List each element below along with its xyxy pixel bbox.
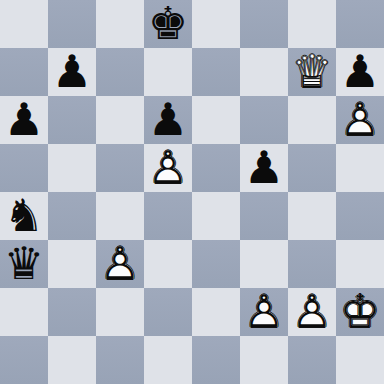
- square-b5[interactable]: [48, 144, 96, 192]
- square-d6[interactable]: ♟: [144, 96, 192, 144]
- white-king-h2[interactable]: ♚♔: [336, 288, 384, 336]
- black-pawn-glyph: ♟: [48, 48, 96, 96]
- white-pawn-c3[interactable]: ♟♙: [96, 240, 144, 288]
- white-pawn-outline-glyph: ♙: [96, 240, 144, 288]
- square-g2[interactable]: ♟♙: [288, 288, 336, 336]
- square-a1[interactable]: [0, 336, 48, 384]
- square-c4[interactable]: [96, 192, 144, 240]
- square-d3[interactable]: [144, 240, 192, 288]
- square-f8[interactable]: [240, 0, 288, 48]
- square-b6[interactable]: [48, 96, 96, 144]
- square-g1[interactable]: [288, 336, 336, 384]
- square-c8[interactable]: [96, 0, 144, 48]
- square-e3[interactable]: [192, 240, 240, 288]
- square-a7[interactable]: [0, 48, 48, 96]
- square-d5[interactable]: ♟♙: [144, 144, 192, 192]
- square-g8[interactable]: [288, 0, 336, 48]
- square-c5[interactable]: [96, 144, 144, 192]
- black-pawn-glyph: ♟: [144, 96, 192, 144]
- black-queen-glyph: ♛: [0, 240, 48, 288]
- square-b3[interactable]: [48, 240, 96, 288]
- square-f3[interactable]: [240, 240, 288, 288]
- square-g6[interactable]: [288, 96, 336, 144]
- square-c7[interactable]: [96, 48, 144, 96]
- black-pawn-glyph: ♟: [336, 48, 384, 96]
- square-d4[interactable]: [144, 192, 192, 240]
- white-pawn-outline-glyph: ♙: [240, 288, 288, 336]
- square-g4[interactable]: [288, 192, 336, 240]
- square-b8[interactable]: [48, 0, 96, 48]
- black-king-glyph: ♚: [144, 0, 192, 48]
- black-pawn-glyph: ♟: [0, 96, 48, 144]
- square-c2[interactable]: [96, 288, 144, 336]
- square-d1[interactable]: [144, 336, 192, 384]
- square-g3[interactable]: [288, 240, 336, 288]
- square-e8[interactable]: [192, 0, 240, 48]
- square-g7[interactable]: ♛♕: [288, 48, 336, 96]
- square-d8[interactable]: ♚: [144, 0, 192, 48]
- black-queen-a3[interactable]: ♛: [0, 240, 48, 288]
- white-king-outline-glyph: ♔: [336, 288, 384, 336]
- square-f7[interactable]: [240, 48, 288, 96]
- black-pawn-d6[interactable]: ♟: [144, 96, 192, 144]
- square-b7[interactable]: ♟: [48, 48, 96, 96]
- square-a2[interactable]: [0, 288, 48, 336]
- square-e7[interactable]: [192, 48, 240, 96]
- square-h2[interactable]: ♚♔: [336, 288, 384, 336]
- chess-board: ♚♟♛♕♟♟♟♟♙♟♙♟♞♛♟♙♟♙♟♙♚♔: [0, 0, 384, 384]
- square-d7[interactable]: [144, 48, 192, 96]
- black-pawn-h7[interactable]: ♟: [336, 48, 384, 96]
- black-knight-a4[interactable]: ♞: [0, 192, 48, 240]
- square-f1[interactable]: [240, 336, 288, 384]
- square-c1[interactable]: [96, 336, 144, 384]
- square-d2[interactable]: [144, 288, 192, 336]
- square-h5[interactable]: [336, 144, 384, 192]
- square-e5[interactable]: [192, 144, 240, 192]
- square-f4[interactable]: [240, 192, 288, 240]
- white-pawn-d5[interactable]: ♟♙: [144, 144, 192, 192]
- square-b4[interactable]: [48, 192, 96, 240]
- square-h7[interactable]: ♟: [336, 48, 384, 96]
- black-pawn-b7[interactable]: ♟: [48, 48, 96, 96]
- white-pawn-outline-glyph: ♙: [144, 144, 192, 192]
- square-b2[interactable]: [48, 288, 96, 336]
- square-a3[interactable]: ♛: [0, 240, 48, 288]
- black-king-d8[interactable]: ♚: [144, 0, 192, 48]
- square-e4[interactable]: [192, 192, 240, 240]
- square-e1[interactable]: [192, 336, 240, 384]
- white-pawn-outline-glyph: ♙: [336, 96, 384, 144]
- square-a8[interactable]: [0, 0, 48, 48]
- black-knight-glyph: ♞: [0, 192, 48, 240]
- black-pawn-glyph: ♟: [240, 144, 288, 192]
- square-h1[interactable]: [336, 336, 384, 384]
- square-a6[interactable]: ♟: [0, 96, 48, 144]
- square-g5[interactable]: [288, 144, 336, 192]
- square-a4[interactable]: ♞: [0, 192, 48, 240]
- white-pawn-g2[interactable]: ♟♙: [288, 288, 336, 336]
- black-pawn-f5[interactable]: ♟: [240, 144, 288, 192]
- square-h6[interactable]: ♟♙: [336, 96, 384, 144]
- white-pawn-f2[interactable]: ♟♙: [240, 288, 288, 336]
- square-e2[interactable]: [192, 288, 240, 336]
- square-h8[interactable]: [336, 0, 384, 48]
- square-f2[interactable]: ♟♙: [240, 288, 288, 336]
- square-f6[interactable]: [240, 96, 288, 144]
- square-b1[interactable]: [48, 336, 96, 384]
- black-pawn-a6[interactable]: ♟: [0, 96, 48, 144]
- square-c3[interactable]: ♟♙: [96, 240, 144, 288]
- white-queen-outline-glyph: ♕: [288, 48, 336, 96]
- square-a5[interactable]: [0, 144, 48, 192]
- square-h4[interactable]: [336, 192, 384, 240]
- square-h3[interactable]: [336, 240, 384, 288]
- white-queen-g7[interactable]: ♛♕: [288, 48, 336, 96]
- square-c6[interactable]: [96, 96, 144, 144]
- square-f5[interactable]: ♟: [240, 144, 288, 192]
- square-e6[interactable]: [192, 96, 240, 144]
- white-pawn-outline-glyph: ♙: [288, 288, 336, 336]
- white-pawn-h6[interactable]: ♟♙: [336, 96, 384, 144]
